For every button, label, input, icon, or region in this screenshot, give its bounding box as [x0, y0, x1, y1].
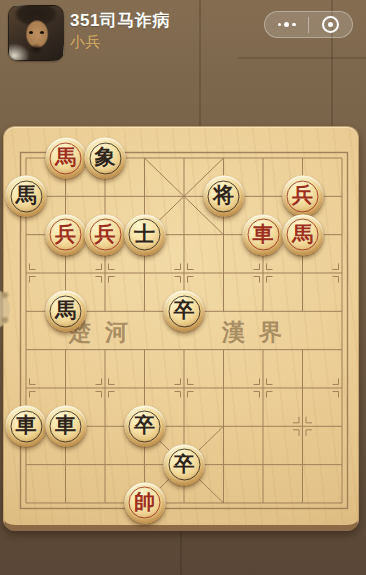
piece-glyph: 象 [95, 147, 116, 168]
piece-glyph: 車 [55, 415, 76, 436]
piece-glyph: 卒 [174, 300, 195, 321]
piece-black-advisor[interactable]: 士 [124, 214, 165, 255]
river-label-right: 漢界 [222, 317, 296, 348]
piece-glyph: 車 [253, 223, 274, 244]
piece-glyph: 士 [134, 223, 155, 244]
header: 351司马诈病 小兵 [0, 0, 366, 64]
piece-black-chariot[interactable]: 車 [6, 406, 47, 447]
xiangqi-app: 351司马诈病 小兵 楚河 漢界 馬象馬将兵兵兵士車馬馬卒車車卒卒帥 [0, 0, 366, 575]
piece-red-soldier[interactable]: 兵 [282, 176, 323, 217]
exit-circle-icon [322, 16, 339, 33]
piece-red-chariot[interactable]: 車 [243, 214, 284, 255]
difficulty-label: 小兵 [70, 33, 100, 52]
piece-glyph: 帥 [134, 491, 155, 512]
piece-glyph: 馬 [55, 147, 76, 168]
piece-glyph: 馬 [55, 300, 76, 321]
piece-black-elephant[interactable]: 象 [85, 138, 126, 179]
piece-glyph: 兵 [292, 185, 313, 206]
piece-glyph: 兵 [55, 223, 76, 244]
more-button[interactable] [265, 12, 308, 37]
piece-glyph: 卒 [134, 415, 155, 436]
piece-red-horse[interactable]: 馬 [282, 214, 323, 255]
exit-button[interactable] [309, 12, 352, 37]
piece-glyph: 兵 [95, 223, 116, 244]
piece-red-general[interactable]: 帥 [124, 482, 165, 523]
avatar [8, 5, 64, 61]
piece-glyph: 車 [16, 415, 37, 436]
piece-black-soldier[interactable]: 卒 [164, 291, 205, 332]
piece-black-soldier[interactable]: 卒 [164, 444, 205, 485]
wechat-capsule [264, 11, 353, 38]
more-dots-icon [278, 22, 296, 27]
xiangqi-board[interactable]: 楚河 漢界 馬象馬将兵兵兵士車馬馬卒車車卒卒帥 [3, 126, 359, 531]
piece-red-soldier[interactable]: 兵 [45, 214, 86, 255]
piece-black-general[interactable]: 将 [203, 176, 244, 217]
piece-black-horse[interactable]: 馬 [6, 176, 47, 217]
piece-black-chariot[interactable]: 車 [45, 406, 86, 447]
piece-red-soldier[interactable]: 兵 [85, 214, 126, 255]
piece-black-soldier[interactable]: 卒 [124, 406, 165, 447]
piece-glyph: 卒 [174, 453, 195, 474]
piece-glyph: 馬 [16, 185, 37, 206]
piece-black-horse[interactable]: 馬 [45, 291, 86, 332]
piece-red-horse[interactable]: 馬 [45, 138, 86, 179]
level-title: 351司马诈病 [70, 9, 170, 32]
piece-glyph: 将 [213, 185, 234, 206]
wood-seam [180, 531, 182, 575]
piece-glyph: 馬 [292, 223, 313, 244]
